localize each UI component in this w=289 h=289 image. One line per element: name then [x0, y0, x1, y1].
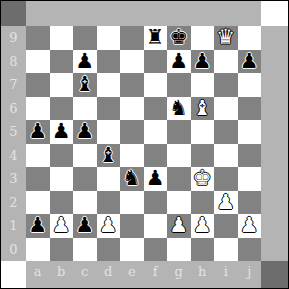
- file-label-d: d: [97, 261, 121, 288]
- black-rook[interactable]: ♜: [146, 27, 165, 48]
- square-g6[interactable]: ♞: [167, 97, 191, 121]
- rank-label-5: 5: [1, 120, 26, 144]
- black-bishop[interactable]: ♝: [75, 74, 94, 95]
- rank-label-4: 4: [1, 144, 26, 168]
- square-h4[interactable]: [191, 144, 215, 168]
- square-e0[interactable]: [120, 238, 144, 262]
- square-j9[interactable]: [238, 26, 262, 50]
- square-d7[interactable]: [97, 73, 121, 97]
- square-b9[interactable]: [50, 26, 74, 50]
- white-pawn[interactable]: ♟: [99, 215, 118, 236]
- file-label-h: h: [191, 261, 215, 288]
- file-label-j: j: [238, 261, 262, 288]
- rank-label-3: 3: [1, 167, 26, 191]
- black-pawn[interactable]: ♟: [75, 121, 94, 142]
- square-c0[interactable]: [73, 238, 97, 262]
- black-pawn[interactable]: ♟: [52, 121, 71, 142]
- square-b7[interactable]: [50, 73, 74, 97]
- square-e1[interactable]: [120, 214, 144, 238]
- square-b8[interactable]: [50, 50, 74, 74]
- corner-top-left: [1, 1, 26, 26]
- square-a9[interactable]: [26, 26, 50, 50]
- square-g4[interactable]: [167, 144, 191, 168]
- square-b3[interactable]: [50, 167, 74, 191]
- square-g8[interactable]: ♟: [167, 50, 191, 74]
- square-h3[interactable]: ♚: [191, 167, 215, 191]
- square-e9[interactable]: [120, 26, 144, 50]
- file-label-f: f: [144, 261, 168, 288]
- square-f6[interactable]: [144, 97, 168, 121]
- square-f3[interactable]: ♟: [144, 167, 168, 191]
- square-i8[interactable]: [214, 50, 238, 74]
- square-e5[interactable]: [120, 120, 144, 144]
- white-pawn[interactable]: ♟: [169, 215, 188, 236]
- square-g7[interactable]: [167, 73, 191, 97]
- rank-label-1: 1: [1, 214, 26, 238]
- square-i1[interactable]: [214, 214, 238, 238]
- square-e8[interactable]: [120, 50, 144, 74]
- black-pawn[interactable]: ♟: [75, 51, 94, 72]
- square-f9[interactable]: ♜: [144, 26, 168, 50]
- file-labels: abcdefghij: [26, 261, 261, 288]
- square-g2[interactable]: [167, 191, 191, 215]
- corner-bottom-right: [261, 261, 288, 288]
- white-pawn[interactable]: ♟: [52, 215, 71, 236]
- square-i2[interactable]: ♟: [214, 191, 238, 215]
- square-c5[interactable]: ♟: [73, 120, 97, 144]
- square-e7[interactable]: [120, 73, 144, 97]
- square-b1[interactable]: ♟: [50, 214, 74, 238]
- square-j3[interactable]: [238, 167, 262, 191]
- black-pawn[interactable]: ♟: [28, 121, 47, 142]
- file-label-b: b: [50, 261, 74, 288]
- black-king[interactable]: ♚: [169, 27, 188, 48]
- chess-board[interactable]: ♜♚♛♟♟♟♟♝♞♝♟♟♟♝♞♟♚♟♟♟♟♟♟♟♟: [26, 26, 261, 261]
- file-label-e: e: [120, 261, 144, 288]
- file-label-a: a: [26, 261, 50, 288]
- square-f1[interactable]: [144, 214, 168, 238]
- square-e6[interactable]: [120, 97, 144, 121]
- square-j7[interactable]: [238, 73, 262, 97]
- square-c2[interactable]: [73, 191, 97, 215]
- square-d0[interactable]: [97, 238, 121, 262]
- black-pawn[interactable]: ♟: [169, 51, 188, 72]
- white-pawn[interactable]: ♟: [216, 192, 235, 213]
- square-h7[interactable]: [191, 73, 215, 97]
- black-pawn[interactable]: ♟: [28, 215, 47, 236]
- square-j4[interactable]: [238, 144, 262, 168]
- square-j6[interactable]: [238, 97, 262, 121]
- square-h6[interactable]: ♝: [191, 97, 215, 121]
- square-g5[interactable]: [167, 120, 191, 144]
- square-f8[interactable]: [144, 50, 168, 74]
- square-h0[interactable]: [191, 238, 215, 262]
- square-c4[interactable]: [73, 144, 97, 168]
- square-b4[interactable]: [50, 144, 74, 168]
- square-i0[interactable]: [214, 238, 238, 262]
- black-pawn[interactable]: ♟: [75, 215, 94, 236]
- square-a8[interactable]: [26, 50, 50, 74]
- black-bishop[interactable]: ♝: [99, 145, 118, 166]
- square-a5[interactable]: ♟: [26, 120, 50, 144]
- square-i5[interactable]: [214, 120, 238, 144]
- square-i4[interactable]: [214, 144, 238, 168]
- black-knight[interactable]: ♞: [169, 98, 188, 119]
- square-a0[interactable]: [26, 238, 50, 262]
- corner-bottom-left: [1, 261, 26, 288]
- square-h2[interactable]: [191, 191, 215, 215]
- white-pawn[interactable]: ♟: [193, 215, 212, 236]
- square-b6[interactable]: [50, 97, 74, 121]
- square-d5[interactable]: [97, 120, 121, 144]
- white-king[interactable]: ♚: [193, 168, 212, 189]
- rank-label-7: 7: [1, 73, 26, 97]
- white-queen[interactable]: ♛: [216, 27, 235, 48]
- square-d2[interactable]: [97, 191, 121, 215]
- square-j0[interactable]: [238, 238, 262, 262]
- square-f7[interactable]: [144, 73, 168, 97]
- file-label-c: c: [73, 261, 97, 288]
- square-j8[interactable]: ♟: [238, 50, 262, 74]
- square-d4[interactable]: ♝: [97, 144, 121, 168]
- black-pawn[interactable]: ♟: [193, 51, 212, 72]
- square-c9[interactable]: [73, 26, 97, 50]
- square-c6[interactable]: [73, 97, 97, 121]
- square-e2[interactable]: [120, 191, 144, 215]
- square-b5[interactable]: ♟: [50, 120, 74, 144]
- square-a1[interactable]: ♟: [26, 214, 50, 238]
- square-e4[interactable]: [120, 144, 144, 168]
- square-g3[interactable]: [167, 167, 191, 191]
- square-c8[interactable]: ♟: [73, 50, 97, 74]
- white-bishop[interactable]: ♝: [193, 98, 212, 119]
- square-g1[interactable]: ♟: [167, 214, 191, 238]
- square-b0[interactable]: [50, 238, 74, 262]
- square-f4[interactable]: [144, 144, 168, 168]
- square-a4[interactable]: [26, 144, 50, 168]
- square-f0[interactable]: [144, 238, 168, 262]
- square-g0[interactable]: [167, 238, 191, 262]
- square-c1[interactable]: ♟: [73, 214, 97, 238]
- square-j2[interactable]: [238, 191, 262, 215]
- square-e3[interactable]: ♞: [120, 167, 144, 191]
- board-margin: 9876543210 ♜♚♛♟♟♟♟♝♞♝♟♟♟♝♞♟♚♟♟♟♟♟♟♟♟ abc…: [1, 1, 288, 288]
- square-d1[interactable]: ♟: [97, 214, 121, 238]
- rank-label-6: 6: [1, 97, 26, 121]
- square-a2[interactable]: [26, 191, 50, 215]
- black-pawn[interactable]: ♟: [146, 168, 165, 189]
- square-c3[interactable]: [73, 167, 97, 191]
- rank-label-9: 9: [1, 26, 26, 50]
- square-j1[interactable]: ♟: [238, 214, 262, 238]
- square-j5[interactable]: [238, 120, 262, 144]
- square-f5[interactable]: [144, 120, 168, 144]
- rank-labels: 9876543210: [1, 26, 26, 261]
- black-pawn[interactable]: ♟: [240, 51, 259, 72]
- square-c7[interactable]: ♝: [73, 73, 97, 97]
- square-a7[interactable]: [26, 73, 50, 97]
- white-pawn[interactable]: ♟: [240, 215, 259, 236]
- file-label-g: g: [167, 261, 191, 288]
- square-f2[interactable]: [144, 191, 168, 215]
- square-a3[interactable]: [26, 167, 50, 191]
- square-h9[interactable]: [191, 26, 215, 50]
- black-knight[interactable]: ♞: [122, 168, 141, 189]
- square-g9[interactable]: ♚: [167, 26, 191, 50]
- square-i3[interactable]: [214, 167, 238, 191]
- square-d8[interactable]: [97, 50, 121, 74]
- square-a6[interactable]: [26, 97, 50, 121]
- file-label-i: i: [214, 261, 238, 288]
- square-h1[interactable]: ♟: [191, 214, 215, 238]
- square-i6[interactable]: [214, 97, 238, 121]
- square-d3[interactable]: [97, 167, 121, 191]
- corner-top-right: [261, 1, 288, 26]
- rank-label-8: 8: [1, 50, 26, 74]
- square-i9[interactable]: ♛: [214, 26, 238, 50]
- square-i7[interactable]: [214, 73, 238, 97]
- square-b2[interactable]: [50, 191, 74, 215]
- square-h8[interactable]: ♟: [191, 50, 215, 74]
- board-frame: 9876543210 ♜♚♛♟♟♟♟♝♞♝♟♟♟♝♞♟♚♟♟♟♟♟♟♟♟ abc…: [0, 0, 289, 289]
- square-d9[interactable]: [97, 26, 121, 50]
- square-h5[interactable]: [191, 120, 215, 144]
- rank-label-2: 2: [1, 191, 26, 215]
- rank-label-0: 0: [1, 238, 26, 262]
- square-d6[interactable]: [97, 97, 121, 121]
